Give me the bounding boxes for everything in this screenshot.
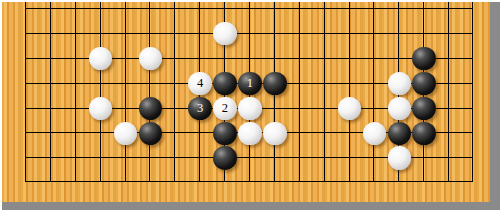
- board-cell[interactable]: [324, 157, 349, 182]
- black-stone: [412, 72, 436, 96]
- board-cell[interactable]: [50, 58, 75, 83]
- board-cell[interactable]: [349, 58, 374, 83]
- white-stone: [238, 97, 262, 121]
- white-stone: [388, 72, 412, 96]
- board-cell[interactable]: [125, 157, 150, 182]
- board-cell[interactable]: [324, 58, 349, 83]
- board-cell[interactable]: [299, 108, 324, 133]
- board-cell[interactable]: [174, 33, 199, 58]
- board-cell[interactable]: [448, 58, 473, 83]
- go-applet-screenshot: 4132: [0, 0, 500, 210]
- black-stone: [139, 97, 163, 121]
- board-cell[interactable]: [75, 157, 100, 182]
- board-cell[interactable]: [299, 157, 324, 182]
- board-cell[interactable]: [75, 8, 100, 33]
- board-cell[interactable]: [25, 108, 50, 133]
- board-cell[interactable]: [448, 8, 473, 33]
- black-stone: [213, 72, 237, 96]
- board-cell[interactable]: [50, 108, 75, 133]
- board-cell[interactable]: [373, 33, 398, 58]
- board-cell[interactable]: [149, 8, 174, 33]
- board-cell[interactable]: [25, 132, 50, 157]
- move-number-label: 1: [247, 77, 253, 90]
- board-cell[interactable]: [75, 132, 100, 157]
- board-cell[interactable]: [174, 8, 199, 33]
- white-stone: [338, 97, 362, 121]
- black-stone: 1: [238, 72, 262, 96]
- black-stone: [412, 122, 436, 146]
- white-stone: [263, 122, 287, 146]
- board-cell[interactable]: [174, 132, 199, 157]
- board-cell[interactable]: [299, 8, 324, 33]
- board-cell[interactable]: [149, 157, 174, 182]
- white-stone: 2: [213, 97, 237, 121]
- board-cell[interactable]: [25, 58, 50, 83]
- board-cell[interactable]: [448, 132, 473, 157]
- board-cell[interactable]: [349, 8, 374, 33]
- board-cell[interactable]: [25, 157, 50, 182]
- board-cell[interactable]: [50, 157, 75, 182]
- white-stone: [114, 122, 138, 146]
- black-stone: [139, 122, 163, 146]
- move-number-label: 2: [222, 102, 228, 115]
- board-cell[interactable]: [448, 108, 473, 133]
- board-cell[interactable]: [50, 83, 75, 108]
- board-cell[interactable]: [50, 33, 75, 58]
- board-cell[interactable]: [100, 157, 125, 182]
- board-cell[interactable]: [125, 8, 150, 33]
- board-cell[interactable]: [299, 33, 324, 58]
- white-stone: [213, 22, 237, 46]
- white-stone: [388, 97, 412, 121]
- board-cell[interactable]: [274, 33, 299, 58]
- board-cell[interactable]: [100, 8, 125, 33]
- white-stone: [388, 146, 412, 170]
- black-stone: [412, 97, 436, 121]
- board-cell[interactable]: [398, 8, 423, 33]
- board-cell[interactable]: [299, 58, 324, 83]
- board-cell[interactable]: [25, 8, 50, 33]
- black-stone: [213, 122, 237, 146]
- board-cell[interactable]: [324, 8, 349, 33]
- black-stone: [412, 47, 436, 71]
- board-cell[interactable]: [349, 33, 374, 58]
- move-number-label: 4: [197, 77, 203, 90]
- black-stone: [213, 146, 237, 170]
- white-stone: [238, 122, 262, 146]
- board-cell[interactable]: [299, 83, 324, 108]
- board-cell[interactable]: [448, 157, 473, 182]
- board-cell[interactable]: [423, 8, 448, 33]
- board-cell[interactable]: [324, 33, 349, 58]
- move-number-label: 3: [197, 102, 203, 115]
- white-stone: 4: [188, 72, 212, 96]
- board-cell[interactable]: [174, 157, 199, 182]
- board-cell[interactable]: [274, 8, 299, 33]
- white-stone: [363, 122, 387, 146]
- board-cell[interactable]: [423, 157, 448, 182]
- board-cell[interactable]: [299, 132, 324, 157]
- board-cell[interactable]: [249, 33, 274, 58]
- black-stone: [388, 122, 412, 146]
- board-cell[interactable]: [249, 8, 274, 33]
- board-cell[interactable]: [324, 132, 349, 157]
- black-stone: 3: [188, 97, 212, 121]
- board-cell[interactable]: [25, 83, 50, 108]
- board-cell[interactable]: [249, 157, 274, 182]
- board-cell[interactable]: [373, 8, 398, 33]
- goban[interactable]: 4132: [2, 2, 490, 202]
- board-cell[interactable]: [448, 33, 473, 58]
- board-cell[interactable]: [25, 33, 50, 58]
- board-cell[interactable]: [274, 157, 299, 182]
- goban-window-frame: 4132: [0, 0, 500, 210]
- white-stone: [139, 47, 163, 71]
- white-stone: [89, 97, 113, 121]
- board-cell[interactable]: [50, 132, 75, 157]
- black-stone: [263, 72, 287, 96]
- board-cell[interactable]: [448, 83, 473, 108]
- board-cell[interactable]: [349, 157, 374, 182]
- board-cell[interactable]: [50, 8, 75, 33]
